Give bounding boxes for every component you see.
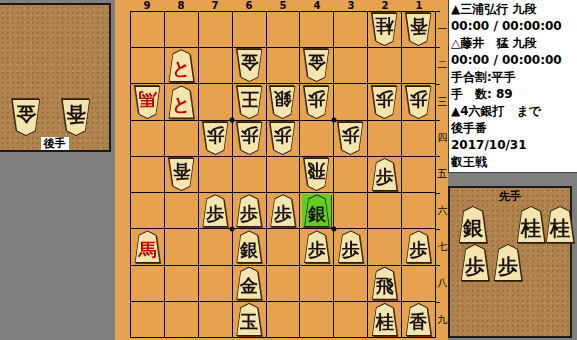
star-point <box>230 118 235 123</box>
rank-label: 六 <box>437 193 448 229</box>
shogi-piece-sente[interactable]: 桂 <box>544 206 576 243</box>
shogi-piece-sente[interactable]: 歩 <box>492 244 524 281</box>
square-7-1[interactable] <box>199 12 232 47</box>
star-point <box>331 118 336 123</box>
sente-hand-row-1: 銀桂桂 <box>457 206 576 243</box>
square-2-6[interactable] <box>368 193 401 228</box>
piece-kanji: 飛 <box>370 267 399 300</box>
square-6-9[interactable]: 玉 <box>233 302 266 337</box>
sente-hand-tray: 先手 銀桂桂 歩歩 <box>448 186 572 338</box>
shogi-piece-gote[interactable]: 銀 <box>268 86 297 119</box>
file-label: 6 <box>232 0 266 11</box>
info-line: ▲4六銀打 まで <box>451 103 575 120</box>
square-5-4[interactable]: 歩 <box>267 121 300 156</box>
file-label: 4 <box>300 0 334 11</box>
shogi-piece-sente[interactable]: と <box>167 49 196 82</box>
square-7-3[interactable] <box>199 84 232 119</box>
square-4-5[interactable]: 飛 <box>300 157 333 192</box>
piece-kanji: 馬 <box>133 230 162 263</box>
piece-kanji: 桂 <box>544 206 576 243</box>
square-5-3[interactable]: 銀 <box>267 84 300 119</box>
file-coordinates: 987654321 <box>130 0 436 11</box>
info-line: 手合割:平手 <box>451 69 575 86</box>
shogi-piece-sente[interactable]: と <box>167 86 196 119</box>
sente-tray-label: 先手 <box>450 190 570 203</box>
piece-kanji: 桂 <box>370 303 399 336</box>
shogi-piece-gote[interactable]: 馬 <box>133 86 162 119</box>
file-label: 1 <box>402 0 436 11</box>
shogi-piece-gote[interactable]: 飛 <box>302 158 331 191</box>
square-6-1[interactable] <box>233 12 266 47</box>
square-8-5[interactable]: 香 <box>165 157 198 192</box>
shogi-piece-sente[interactable]: 銀 <box>235 230 264 263</box>
rank-label: 三 <box>437 84 448 120</box>
square-2-4[interactable] <box>368 121 401 156</box>
square-4-6[interactable]: 銀 <box>300 193 333 228</box>
piece-kanji: 銀 <box>302 194 331 227</box>
square-7-7[interactable] <box>199 229 232 264</box>
square-6-4[interactable]: 歩 <box>233 121 266 156</box>
piece-kanji: と <box>167 86 196 119</box>
file-label: 5 <box>266 0 300 11</box>
square-1-5[interactable] <box>402 157 435 192</box>
shogi-piece-gote[interactable]: 金 <box>302 49 331 82</box>
square-8-1[interactable] <box>165 12 198 47</box>
square-2-3[interactable]: 歩 <box>368 84 401 119</box>
square-4-4[interactable] <box>300 121 333 156</box>
shogi-piece-sente[interactable]: 桂 <box>370 303 399 336</box>
square-5-9[interactable] <box>267 302 300 337</box>
square-5-1[interactable] <box>267 12 300 47</box>
piece-kanji: 金 <box>235 49 264 82</box>
square-5-6[interactable]: 歩 <box>267 193 300 228</box>
square-4-3[interactable]: 歩 <box>300 84 333 119</box>
square-4-1[interactable] <box>300 12 333 47</box>
square-8-9[interactable] <box>165 302 198 337</box>
piece-kanji: と <box>167 49 196 82</box>
square-6-7[interactable]: 銀 <box>233 229 266 264</box>
square-6-2[interactable]: 金 <box>233 48 266 83</box>
rank-label: 八 <box>437 265 448 301</box>
shogi-piece-sente[interactable]: 金 <box>235 267 264 300</box>
shogi-piece-gote[interactable]: 香 <box>404 13 433 46</box>
piece-kanji: 歩 <box>201 122 230 155</box>
gote-hand-tray: 金香 後手 <box>0 3 111 152</box>
shogi-piece-sente[interactable]: 歩 <box>235 194 264 227</box>
square-4-9[interactable] <box>300 302 333 337</box>
file-label: 8 <box>164 0 198 11</box>
square-7-5[interactable] <box>199 157 232 192</box>
piece-kanji: 香 <box>404 13 433 46</box>
square-3-4[interactable]: 歩 <box>334 121 367 156</box>
piece-kanji: 銀 <box>235 230 264 263</box>
shogi-piece-sente[interactable]: 玉 <box>235 303 264 336</box>
sente-hand-row-2: 歩歩 <box>459 244 524 281</box>
gote-hand-pieces: 金香 <box>10 99 92 136</box>
piece-kanji: 歩 <box>370 86 399 119</box>
square-3-6[interactable] <box>334 193 367 228</box>
rank-label: 一 <box>437 11 448 47</box>
info-line: 叡王戦 <box>451 154 575 171</box>
piece-kanji: 歩 <box>302 230 331 263</box>
square-3-8[interactable] <box>334 266 367 301</box>
piece-kanji: 歩 <box>492 244 524 281</box>
shogi-piece-gote[interactable]: 歩 <box>268 122 297 155</box>
square-3-7[interactable]: 歩 <box>334 229 367 264</box>
file-label: 3 <box>334 0 368 11</box>
square-1-1[interactable]: 香 <box>402 12 435 47</box>
piece-kanji: 銀 <box>268 86 297 119</box>
rank-label: 七 <box>437 229 448 265</box>
square-7-9[interactable] <box>199 302 232 337</box>
square-3-9[interactable] <box>334 302 367 337</box>
square-6-3[interactable]: 王 <box>233 84 266 119</box>
piece-kanji: 金 <box>302 49 331 82</box>
square-7-6[interactable]: 歩 <box>199 193 232 228</box>
square-3-2[interactable] <box>334 48 367 83</box>
square-1-2[interactable] <box>402 48 435 83</box>
square-2-7[interactable] <box>368 229 401 264</box>
square-2-8[interactable]: 飛 <box>368 266 401 301</box>
star-point <box>230 226 235 231</box>
shogi-piece-sente[interactable]: 香 <box>404 303 433 336</box>
shogi-piece-sente[interactable]: 馬 <box>133 230 162 263</box>
piece-kanji: 歩 <box>459 244 491 281</box>
square-3-5[interactable] <box>334 157 367 192</box>
board-area: 987654321 桂香と金金馬と王銀歩歩歩歩歩歩歩香飛歩歩歩歩銀馬銀歩歩歩金飛… <box>115 0 448 340</box>
shogi-piece-gote[interactable]: 金 <box>235 49 264 82</box>
shogi-piece-sente[interactable]: 歩 <box>459 244 491 281</box>
piece-kanji: 歩 <box>336 122 365 155</box>
square-6-6[interactable]: 歩 <box>233 193 266 228</box>
shogi-app-window: 金香 後手 987654321 桂香と金金馬と王銀歩歩歩歩歩歩歩香飛歩歩歩歩銀馬… <box>0 0 577 340</box>
square-1-8[interactable] <box>402 266 435 301</box>
info-line: 手 数: 89 <box>451 86 575 103</box>
square-6-5[interactable] <box>233 157 266 192</box>
shogi-piece-gote[interactable]: 王 <box>235 86 264 119</box>
square-8-4[interactable] <box>165 121 198 156</box>
shogi-piece-sente[interactable]: 歩 <box>336 230 365 263</box>
shogi-piece-gote[interactable]: 金 <box>10 99 42 136</box>
square-7-4[interactable]: 歩 <box>199 121 232 156</box>
piece-kanji: 金 <box>235 267 264 300</box>
square-3-1[interactable] <box>334 12 367 47</box>
square-2-9[interactable]: 桂 <box>368 302 401 337</box>
piece-kanji: 歩 <box>268 194 297 227</box>
star-point <box>331 226 336 231</box>
piece-kanji: 飛 <box>302 158 331 191</box>
board-grid: 桂香と金金馬と王銀歩歩歩歩歩歩歩香飛歩歩歩歩銀馬銀歩歩歩金飛玉桂香 <box>130 11 436 338</box>
rank-label: 二 <box>437 47 448 83</box>
square-8-6[interactable] <box>165 193 198 228</box>
info-line: 2017/10/31 <box>451 137 575 154</box>
piece-kanji: 歩 <box>302 86 331 119</box>
shogi-piece-gote[interactable]: 歩 <box>302 86 331 119</box>
piece-kanji: 香 <box>404 303 433 336</box>
piece-kanji: 歩 <box>404 86 433 119</box>
shogi-piece-sente[interactable]: 歩 <box>268 194 297 227</box>
info-line: 00:00 / 00:00:00 <box>451 52 575 69</box>
square-9-9[interactable] <box>131 302 164 337</box>
shogi-piece-gote[interactable]: 歩 <box>336 122 365 155</box>
rank-label: 四 <box>437 120 448 156</box>
info-line: 00:00 / 00:00:00 <box>451 18 575 35</box>
square-1-6[interactable] <box>402 193 435 228</box>
square-4-7[interactable]: 歩 <box>300 229 333 264</box>
shogi-piece-sente[interactable]: 歩 <box>404 230 433 263</box>
square-7-2[interactable] <box>199 48 232 83</box>
square-9-2[interactable] <box>131 48 164 83</box>
shogi-piece-gote[interactable]: 香 <box>60 99 92 136</box>
piece-kanji: 歩 <box>235 122 264 155</box>
piece-kanji: 歩 <box>404 230 433 263</box>
piece-kanji: 桂 <box>370 13 399 46</box>
rank-label: 九 <box>437 302 448 338</box>
square-8-2[interactable]: と <box>165 48 198 83</box>
piece-kanji: 馬 <box>133 86 162 119</box>
square-5-8[interactable] <box>267 266 300 301</box>
square-3-3[interactable] <box>334 84 367 119</box>
square-9-5[interactable] <box>131 157 164 192</box>
rank-label: 五 <box>437 156 448 192</box>
shogi-piece-gote[interactable]: 歩 <box>201 122 230 155</box>
shogi-piece-sente[interactable]: 桂 <box>515 206 547 243</box>
square-8-7[interactable] <box>165 229 198 264</box>
square-1-4[interactable] <box>402 121 435 156</box>
shogi-piece-sente[interactable]: 銀 <box>302 194 331 227</box>
info-panel: ▲三浦弘行 九段00:00 / 00:00:00△藤井 猛 九段00:00 / … <box>448 0 577 173</box>
piece-kanji: 金 <box>10 99 42 136</box>
piece-kanji: 歩 <box>201 194 230 227</box>
file-label: 9 <box>130 0 164 11</box>
square-5-5[interactable] <box>267 157 300 192</box>
piece-kanji: 香 <box>60 99 92 136</box>
square-9-6[interactable] <box>131 193 164 228</box>
piece-kanji: 歩 <box>268 122 297 155</box>
square-2-2[interactable] <box>368 48 401 83</box>
square-1-7[interactable]: 歩 <box>402 229 435 264</box>
piece-kanji: 歩 <box>370 158 399 191</box>
square-9-8[interactable] <box>131 266 164 301</box>
piece-kanji: 玉 <box>235 303 264 336</box>
square-2-1[interactable]: 桂 <box>368 12 401 47</box>
square-8-8[interactable] <box>165 266 198 301</box>
square-9-4[interactable] <box>131 121 164 156</box>
piece-kanji: 歩 <box>235 194 264 227</box>
file-label: 2 <box>368 0 402 11</box>
square-4-8[interactable] <box>300 266 333 301</box>
info-line: △藤井 猛 九段 <box>451 35 575 52</box>
shogi-piece-gote[interactable]: 歩 <box>235 122 264 155</box>
square-1-9[interactable]: 香 <box>402 302 435 337</box>
shogi-piece-gote[interactable]: 香 <box>167 158 196 191</box>
square-9-7[interactable]: 馬 <box>131 229 164 264</box>
shogi-piece-gote[interactable]: 歩 <box>370 86 399 119</box>
rank-coordinates: 一二三四五六七八九 <box>437 11 448 338</box>
piece-kanji: 歩 <box>336 230 365 263</box>
piece-kanji: 王 <box>235 86 264 119</box>
gote-tray-label: 後手 <box>41 137 69 150</box>
piece-kanji: 香 <box>167 158 196 191</box>
square-2-5[interactable]: 歩 <box>368 157 401 192</box>
shogi-piece-sente[interactable]: 銀 <box>457 206 489 243</box>
square-5-7[interactable] <box>267 229 300 264</box>
square-9-1[interactable] <box>131 12 164 47</box>
shogi-piece-gote[interactable]: 歩 <box>404 86 433 119</box>
piece-kanji: 桂 <box>515 206 547 243</box>
square-5-2[interactable] <box>267 48 300 83</box>
shogi-piece-sente[interactable]: 歩 <box>201 194 230 227</box>
piece-kanji: 銀 <box>457 206 489 243</box>
info-line: 後手番 <box>451 120 575 137</box>
file-label: 7 <box>198 0 232 11</box>
shogi-piece-gote[interactable]: 桂 <box>370 13 399 46</box>
square-7-8[interactable] <box>199 266 232 301</box>
square-9-3[interactable]: 馬 <box>131 84 164 119</box>
info-line: ▲三浦弘行 九段 <box>451 1 575 18</box>
square-8-3[interactable]: と <box>165 84 198 119</box>
square-6-8[interactable]: 金 <box>233 266 266 301</box>
shogi-piece-sente[interactable]: 歩 <box>370 158 399 191</box>
shogi-piece-sente[interactable]: 歩 <box>302 230 331 263</box>
square-1-3[interactable]: 歩 <box>402 84 435 119</box>
shogi-piece-sente[interactable]: 飛 <box>370 267 399 300</box>
square-4-2[interactable]: 金 <box>300 48 333 83</box>
